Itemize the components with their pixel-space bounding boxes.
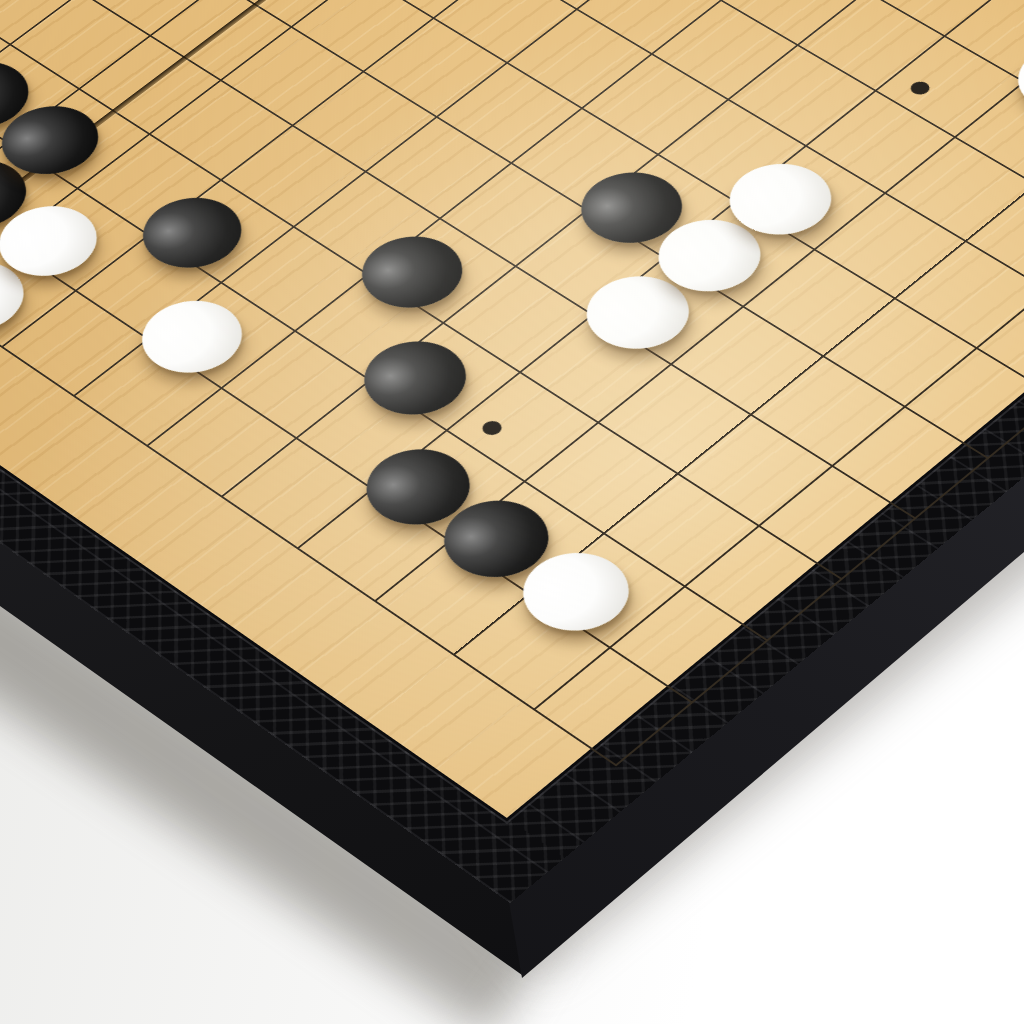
go-board-photo-scene: [0, 0, 1024, 1024]
